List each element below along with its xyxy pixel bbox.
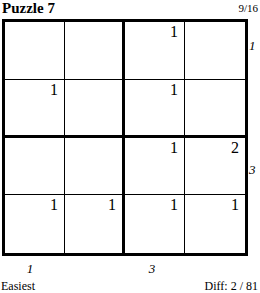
cell-r2c3: 1 [125,80,185,138]
cell-clue [65,22,122,24]
cell-r2c1: 1 [5,80,65,138]
cell-clue: 1 [5,195,64,213]
cell-clue: 1 [125,80,184,98]
cell-clue [5,22,64,24]
cell-r4c2: 1 [65,195,125,253]
cell-clue [5,138,64,140]
cell-r4c4: 1 [185,195,245,253]
cell-clue [65,138,122,140]
cell-r4c3: 1 [125,195,185,253]
row-coordinate-label-1: 1 [249,39,256,52]
cell-clue: 1 [185,195,245,213]
cell-r3c3: 1 [125,138,185,196]
cell-clue [185,22,245,24]
puzzle-sheet: Puzzle 7 9/16 1 1 1 1 2 1 1 1 1 1 3 1 3 … [0,0,260,293]
column-coordinate-label-3: 3 [146,262,158,275]
page-number: 9/16 [238,2,258,14]
difficulty-rating-label: Diff: 2 / 81 [205,280,258,292]
cell-r3c2 [65,138,125,196]
difficulty-level-label: Easiest [1,280,35,292]
cell-clue: 1 [125,22,184,40]
row-coordinate-label-3: 3 [249,163,256,176]
puzzle-title: Puzzle 7 [2,0,55,17]
puzzle-grid: 1 1 1 1 2 1 1 1 1 [2,19,248,256]
cell-r1c3: 1 [125,22,185,80]
cell-clue: 1 [125,138,184,156]
cell-clue [185,80,245,82]
cell-r2c2 [65,80,125,138]
cell-r2c4 [185,80,245,138]
cell-r4c1: 1 [5,195,65,253]
cell-r1c2 [65,22,125,80]
column-coordinate-label-1: 1 [24,262,36,275]
cell-clue: 2 [185,138,245,156]
cell-clue: 1 [65,195,122,213]
cell-clue: 1 [5,80,64,98]
cell-clue: 1 [125,195,184,213]
cell-r1c1 [5,22,65,80]
cell-clue [65,80,122,82]
cell-r3c4: 2 [185,138,245,196]
cell-r3c1 [5,138,65,196]
cell-r1c4 [185,22,245,80]
